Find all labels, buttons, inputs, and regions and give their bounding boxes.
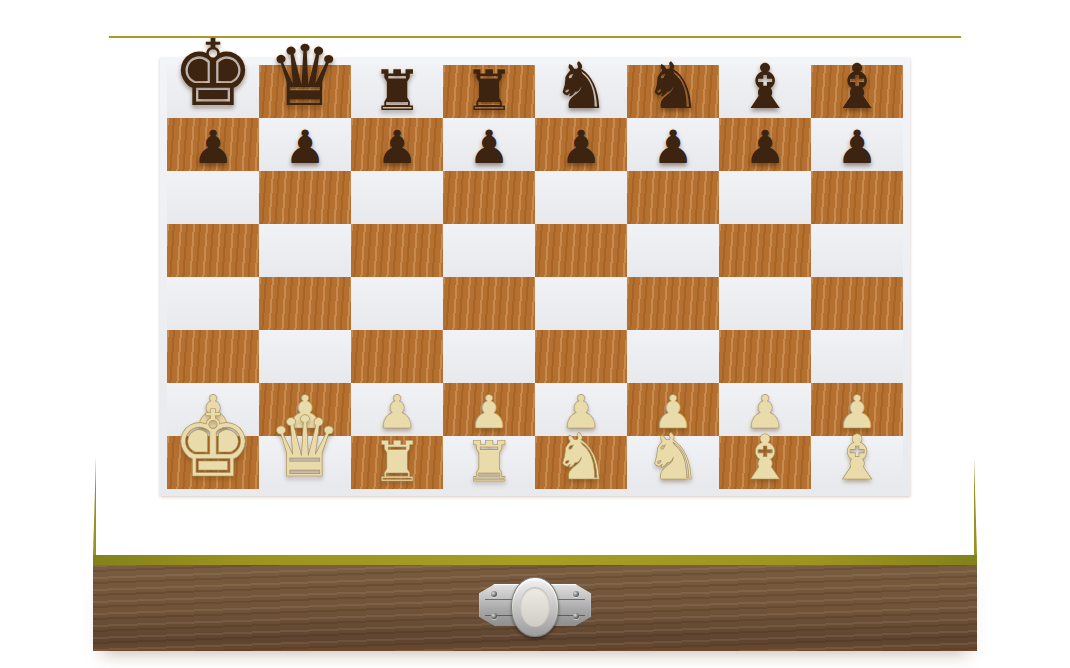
black-rook-d8: ♜ (464, 64, 514, 117)
square-d1: ♜ (443, 436, 535, 489)
white-rook-c1: ♜ (372, 435, 422, 488)
square-c8: ♜ (351, 65, 443, 118)
square-d7: ♟ (443, 118, 535, 171)
square-c4 (351, 277, 443, 330)
clasp-swing-latch (511, 577, 559, 637)
square-a1: ♚ (167, 436, 259, 489)
square-f4 (627, 277, 719, 330)
square-b7: ♟ (259, 118, 351, 171)
square-a3 (167, 330, 259, 383)
black-pawn-h7: ♟ (836, 126, 877, 170)
square-d5 (443, 224, 535, 277)
square-g7: ♟ (719, 118, 811, 171)
square-f7: ♟ (627, 118, 719, 171)
clasp-swing-latch-inner (520, 587, 550, 627)
square-g3 (719, 330, 811, 383)
square-h4 (811, 277, 903, 330)
screw-icon (573, 591, 579, 597)
square-b6 (259, 171, 351, 224)
photo-background: ♚♛♜♜♞♞♝♝♟♟♟♟♟♟♟♟♟♟♟♟♟♟♟♟♚♛♜♜♞♞♝♝ (0, 0, 1070, 668)
black-pawn-c7: ♟ (376, 126, 417, 170)
square-e4 (535, 277, 627, 330)
black-rook-c8: ♜ (372, 64, 422, 117)
square-e7: ♟ (535, 118, 627, 171)
square-g6 (719, 171, 811, 224)
black-bishop-g8: ♝ (737, 58, 793, 117)
square-d4 (443, 277, 535, 330)
square-c6 (351, 171, 443, 224)
square-f1: ♞ (627, 436, 719, 489)
white-king-a1: ♚ (172, 401, 254, 488)
lid-edge-trim (93, 555, 977, 565)
square-f5 (627, 224, 719, 277)
black-pawn-f7: ♟ (652, 126, 693, 170)
square-b5 (259, 224, 351, 277)
black-bishop-h8: ♝ (829, 58, 885, 117)
square-c1: ♜ (351, 436, 443, 489)
white-knight-e1: ♞ (552, 427, 609, 488)
chess-board: ♚♛♜♜♞♞♝♝♟♟♟♟♟♟♟♟♟♟♟♟♟♟♟♟♚♛♜♜♞♞♝♝ (167, 65, 903, 489)
white-knight-f1: ♞ (644, 427, 701, 488)
square-e5 (535, 224, 627, 277)
square-g8: ♝ (719, 65, 811, 118)
square-c5 (351, 224, 443, 277)
black-king-a8: ♚ (172, 30, 254, 117)
square-h1: ♝ (811, 436, 903, 489)
square-a4 (167, 277, 259, 330)
square-d3 (443, 330, 535, 383)
square-b8: ♛ (259, 65, 351, 118)
square-h5 (811, 224, 903, 277)
black-pawn-b7: ♟ (284, 126, 325, 170)
square-c7: ♟ (351, 118, 443, 171)
square-d6 (443, 171, 535, 224)
black-pawn-e7: ♟ (560, 126, 601, 170)
black-pawn-g7: ♟ (744, 126, 785, 170)
square-f6 (627, 171, 719, 224)
square-d8: ♜ (443, 65, 535, 118)
square-a6 (167, 171, 259, 224)
screw-icon (491, 613, 497, 619)
square-e6 (535, 171, 627, 224)
square-a8: ♚ (167, 65, 259, 118)
white-rook-d1: ♜ (464, 435, 514, 488)
white-bishop-h1: ♝ (829, 429, 885, 488)
square-g1: ♝ (719, 436, 811, 489)
white-bishop-g1: ♝ (737, 429, 793, 488)
black-knight-e8: ♞ (552, 56, 609, 117)
square-e1: ♞ (535, 436, 627, 489)
black-pawn-d7: ♟ (468, 126, 509, 170)
screw-icon (573, 613, 579, 619)
board-frame: ♚♛♜♜♞♞♝♝♟♟♟♟♟♟♟♟♟♟♟♟♟♟♟♟♚♛♜♜♞♞♝♝ (160, 58, 910, 496)
square-h7: ♟ (811, 118, 903, 171)
square-h8: ♝ (811, 65, 903, 118)
screw-icon (491, 591, 497, 597)
chess-box: ♚♛♜♜♞♞♝♝♟♟♟♟♟♟♟♟♟♟♟♟♟♟♟♟♚♛♜♜♞♞♝♝ (93, 36, 977, 651)
black-knight-f8: ♞ (644, 56, 701, 117)
square-b4 (259, 277, 351, 330)
black-queen-b8: ♛ (267, 37, 342, 117)
square-h3 (811, 330, 903, 383)
square-e8: ♞ (535, 65, 627, 118)
square-h6 (811, 171, 903, 224)
square-f3 (627, 330, 719, 383)
white-queen-b1: ♛ (267, 408, 342, 488)
black-pawn-a7: ♟ (192, 126, 233, 170)
square-b1: ♛ (259, 436, 351, 489)
square-g5 (719, 224, 811, 277)
box-front (93, 565, 977, 651)
square-e3 (535, 330, 627, 383)
clasp-latch (479, 577, 591, 635)
square-b3 (259, 330, 351, 383)
square-f8: ♞ (627, 65, 719, 118)
square-g4 (719, 277, 811, 330)
square-c3 (351, 330, 443, 383)
square-a5 (167, 224, 259, 277)
